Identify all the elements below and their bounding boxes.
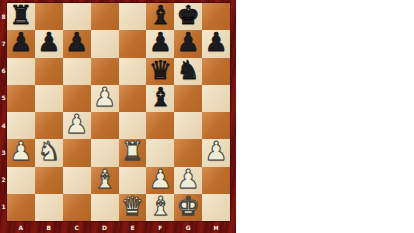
piece-black-pawn[interactable]: ♟: [149, 30, 172, 55]
piece-black-king[interactable]: ♚: [177, 3, 200, 28]
square-c7[interactable]: ♟: [63, 30, 91, 57]
square-d7[interactable]: [91, 30, 119, 57]
square-g4[interactable]: [174, 112, 202, 139]
square-g1[interactable]: ♚: [174, 194, 202, 221]
square-d6[interactable]: [91, 58, 119, 85]
page: 87654321 ABCDEFGH ♜♝♚♟♟♟♟♟♟♛♞♟♝♟♟♞♜♟♝♟♟♛…: [0, 0, 414, 233]
file-label-f: F: [146, 221, 174, 233]
piece-white-rook[interactable]: ♜: [121, 139, 144, 164]
square-f3[interactable]: [146, 139, 174, 166]
piece-black-pawn[interactable]: ♟: [9, 30, 32, 55]
piece-white-king[interactable]: ♚: [177, 194, 200, 219]
square-h7[interactable]: ♟: [202, 30, 230, 57]
square-g6[interactable]: ♞: [174, 58, 202, 85]
square-c6[interactable]: [63, 58, 91, 85]
square-c5[interactable]: [63, 85, 91, 112]
rank-labels: 87654321: [0, 3, 7, 221]
piece-black-pawn[interactable]: ♟: [65, 30, 88, 55]
square-g5[interactable]: [174, 85, 202, 112]
square-g7[interactable]: ♟: [174, 30, 202, 57]
square-c2[interactable]: [63, 167, 91, 194]
square-e1[interactable]: ♛: [119, 194, 147, 221]
square-f1[interactable]: ♝: [146, 194, 174, 221]
file-label-c: C: [63, 221, 91, 233]
square-g8[interactable]: ♚: [174, 3, 202, 30]
square-f8[interactable]: ♝: [146, 3, 174, 30]
square-b6[interactable]: [35, 58, 63, 85]
chessboard: 87654321 ABCDEFGH ♜♝♚♟♟♟♟♟♟♛♞♟♝♟♟♞♜♟♝♟♟♛…: [0, 0, 236, 233]
square-a5[interactable]: [7, 85, 35, 112]
square-b5[interactable]: [35, 85, 63, 112]
file-label-a: A: [7, 221, 35, 233]
square-e3[interactable]: ♜: [119, 139, 147, 166]
piece-white-pawn[interactable]: ♟: [149, 167, 172, 192]
file-label-b: B: [35, 221, 63, 233]
piece-white-bishop[interactable]: ♝: [149, 194, 172, 219]
piece-white-pawn[interactable]: ♟: [204, 139, 227, 164]
file-label-e: E: [119, 221, 147, 233]
square-h5[interactable]: [202, 85, 230, 112]
square-b8[interactable]: [35, 3, 63, 30]
square-f7[interactable]: ♟: [146, 30, 174, 57]
square-f4[interactable]: [146, 112, 174, 139]
piece-white-queen[interactable]: ♛: [121, 194, 144, 219]
square-h4[interactable]: [202, 112, 230, 139]
piece-black-bishop[interactable]: ♝: [149, 85, 172, 110]
square-a3[interactable]: ♟: [7, 139, 35, 166]
square-a1[interactable]: [7, 194, 35, 221]
rank-label-3: 3: [0, 139, 7, 166]
square-f2[interactable]: ♟: [146, 167, 174, 194]
square-a4[interactable]: [7, 112, 35, 139]
file-label-g: G: [174, 221, 202, 233]
rank-label-6: 6: [0, 58, 7, 85]
square-a2[interactable]: [7, 167, 35, 194]
square-f6[interactable]: ♛: [146, 58, 174, 85]
square-h2[interactable]: [202, 167, 230, 194]
file-labels: ABCDEFGH: [7, 221, 230, 233]
square-c1[interactable]: [63, 194, 91, 221]
square-e4[interactable]: [119, 112, 147, 139]
rank-label-7: 7: [0, 30, 7, 57]
piece-white-bishop[interactable]: ♝: [93, 167, 116, 192]
square-b4[interactable]: [35, 112, 63, 139]
square-e5[interactable]: [119, 85, 147, 112]
square-d5[interactable]: ♟: [91, 85, 119, 112]
square-a7[interactable]: ♟: [7, 30, 35, 57]
piece-black-rook[interactable]: ♜: [9, 3, 32, 28]
square-e8[interactable]: [119, 3, 147, 30]
file-label-d: D: [91, 221, 119, 233]
piece-black-knight[interactable]: ♞: [177, 58, 200, 83]
piece-black-pawn[interactable]: ♟: [204, 30, 227, 55]
square-c8[interactable]: [63, 3, 91, 30]
piece-black-pawn[interactable]: ♟: [177, 30, 200, 55]
piece-white-pawn[interactable]: ♟: [9, 139, 32, 164]
square-g2[interactable]: ♟: [174, 167, 202, 194]
piece-white-knight[interactable]: ♞: [37, 139, 60, 164]
piece-white-pawn[interactable]: ♟: [93, 85, 116, 110]
square-g3[interactable]: [174, 139, 202, 166]
square-b7[interactable]: ♟: [35, 30, 63, 57]
rank-label-5: 5: [0, 85, 7, 112]
square-b2[interactable]: [35, 167, 63, 194]
square-d4[interactable]: [91, 112, 119, 139]
file-label-h: H: [202, 221, 230, 233]
square-f5[interactable]: ♝: [146, 85, 174, 112]
square-a8[interactable]: ♜: [7, 3, 35, 30]
square-h8[interactable]: [202, 3, 230, 30]
square-b3[interactable]: ♞: [35, 139, 63, 166]
piece-black-queen[interactable]: ♛: [149, 58, 172, 83]
piece-white-pawn[interactable]: ♟: [177, 167, 200, 192]
square-d2[interactable]: ♝: [91, 167, 119, 194]
square-e7[interactable]: [119, 30, 147, 57]
square-d8[interactable]: [91, 3, 119, 30]
rank-label-8: 8: [0, 3, 7, 30]
square-h6[interactable]: [202, 58, 230, 85]
square-d3[interactable]: [91, 139, 119, 166]
piece-black-bishop[interactable]: ♝: [149, 3, 172, 28]
rank-label-2: 2: [0, 167, 7, 194]
piece-white-pawn[interactable]: ♟: [65, 112, 88, 137]
piece-black-pawn[interactable]: ♟: [37, 30, 60, 55]
rank-label-1: 1: [0, 194, 7, 221]
square-e2[interactable]: [119, 167, 147, 194]
board-grid: ♜♝♚♟♟♟♟♟♟♛♞♟♝♟♟♞♜♟♝♟♟♛♝♚: [7, 3, 230, 221]
square-a6[interactable]: [7, 58, 35, 85]
square-d1[interactable]: [91, 194, 119, 221]
square-c3[interactable]: [63, 139, 91, 166]
square-c4[interactable]: ♟: [63, 112, 91, 139]
square-h1[interactable]: [202, 194, 230, 221]
square-h3[interactable]: ♟: [202, 139, 230, 166]
rank-label-4: 4: [0, 112, 7, 139]
square-e6[interactable]: [119, 58, 147, 85]
square-b1[interactable]: [35, 194, 63, 221]
